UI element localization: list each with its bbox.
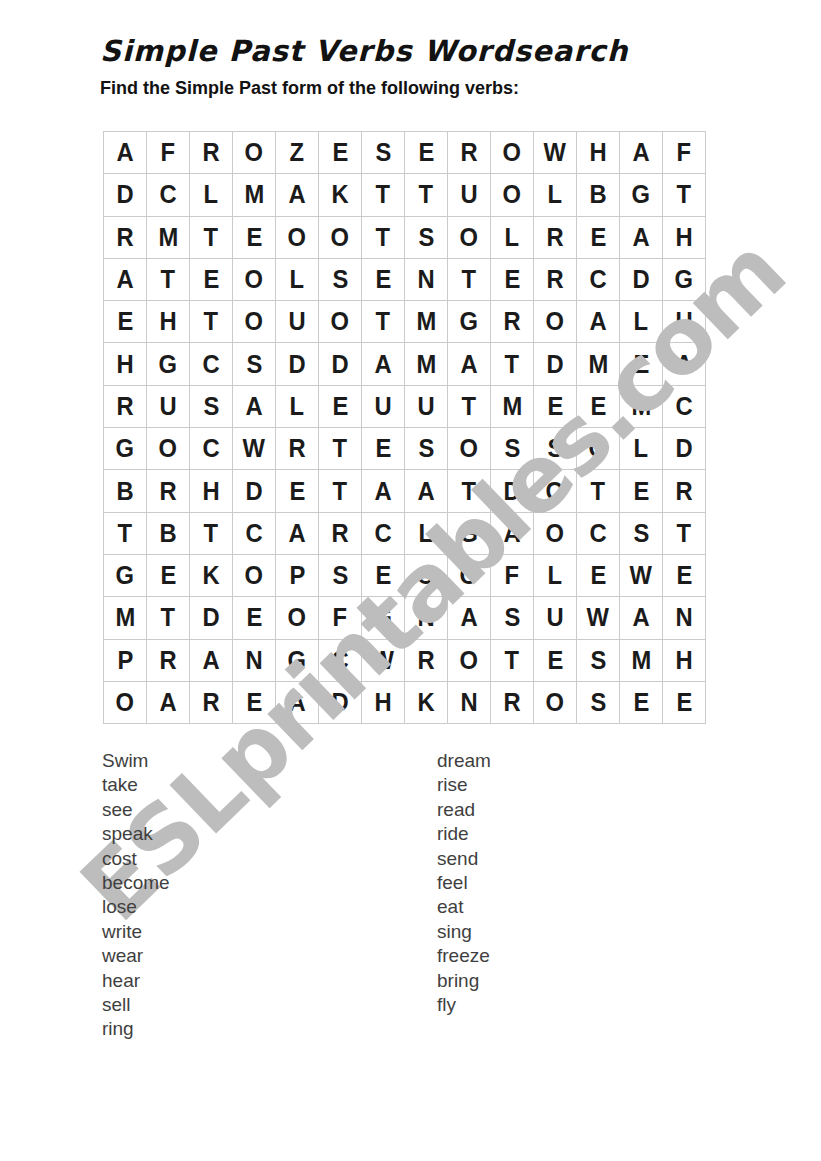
- grid-cell-r7c4: A: [233, 386, 276, 428]
- grid-letter: E: [676, 688, 692, 717]
- grid-letter: O: [331, 223, 349, 252]
- grid-letter: A: [675, 350, 692, 379]
- grid-letter: E: [375, 265, 391, 294]
- grid-cell-r14c13: E: [620, 682, 663, 724]
- word-bank-item: become: [102, 871, 170, 895]
- grid-cell-r9c11: O: [534, 470, 577, 512]
- grid-letter: A: [460, 350, 477, 379]
- grid-letter: W: [630, 561, 652, 590]
- grid-cell-r6c10: T: [491, 343, 534, 385]
- grid-letter: L: [634, 434, 649, 463]
- grid-cell-r7c11: E: [534, 386, 577, 428]
- grid-letter: O: [245, 265, 263, 294]
- grid-letter: L: [548, 180, 563, 209]
- grid-cell-r6c9: A: [448, 343, 491, 385]
- grid-letter: E: [332, 138, 348, 167]
- grid-letter: F: [505, 561, 520, 590]
- grid-cell-r2c12: B: [577, 174, 620, 216]
- grid-letter: A: [460, 603, 477, 632]
- grid-cell-r4c7: E: [362, 259, 405, 301]
- grid-letter: R: [546, 265, 563, 294]
- grid-letter: L: [290, 392, 305, 421]
- grid-cell-r14c6: D: [319, 682, 362, 724]
- grid-letter: R: [503, 688, 520, 717]
- grid-letter: B: [589, 180, 606, 209]
- grid-cell-r8c7: E: [362, 428, 405, 470]
- grid-cell-r6c13: E: [620, 343, 663, 385]
- grid-cell-r11c7: E: [362, 555, 405, 597]
- grid-letter: E: [547, 646, 563, 675]
- grid-letter: R: [288, 434, 305, 463]
- grid-letter: T: [505, 350, 520, 379]
- grid-letter: E: [375, 561, 391, 590]
- grid-letter: K: [417, 688, 434, 717]
- grid-letter: O: [245, 561, 263, 590]
- grid-cell-r9c1: B: [104, 470, 147, 512]
- grid-cell-r10c14: T: [663, 513, 706, 555]
- grid-letter: G: [374, 603, 392, 632]
- grid-cell-r13c6: C: [319, 640, 362, 682]
- grid-letter: N: [417, 265, 434, 294]
- grid-cell-r5c13: L: [620, 301, 663, 343]
- grid-letter: S: [590, 688, 606, 717]
- grid-letter: E: [289, 477, 305, 506]
- grid-letter: E: [117, 307, 133, 336]
- grid-cell-r6c14: A: [663, 343, 706, 385]
- grid-cell-r6c5: D: [276, 343, 319, 385]
- grid-letter: N: [417, 603, 434, 632]
- grid-cell-r11c3: K: [190, 555, 233, 597]
- grid-letter: A: [116, 265, 133, 294]
- grid-letter: T: [333, 477, 348, 506]
- word-bank-left-column: Swimtakeseespeakcostbecomelosewritewearh…: [102, 749, 170, 1042]
- grid-letter: O: [159, 434, 177, 463]
- grid-letter: G: [675, 265, 693, 294]
- grid-letter: M: [416, 307, 436, 336]
- worksheet-page: Simple Past Verbs Wordsearch Find the Si…: [0, 0, 821, 1161]
- grid-cell-r10c7: C: [362, 513, 405, 555]
- grid-letter: N: [675, 603, 692, 632]
- grid-cell-r3c3: T: [190, 217, 233, 259]
- grid-cell-r11c2: E: [147, 555, 190, 597]
- grid-letter: L: [505, 223, 520, 252]
- grid-letter: A: [159, 688, 176, 717]
- grid-cell-r4c6: S: [319, 259, 362, 301]
- grid-cell-r13c14: H: [663, 640, 706, 682]
- grid-letter: H: [675, 223, 692, 252]
- grid-letter: G: [288, 646, 306, 675]
- grid-cell-r3c8: S: [405, 217, 448, 259]
- grid-letter: U: [374, 392, 391, 421]
- grid-letter: E: [633, 477, 649, 506]
- grid-letter: S: [332, 561, 348, 590]
- grid-cell-r5c3: T: [190, 301, 233, 343]
- grid-cell-r2c1: D: [104, 174, 147, 216]
- grid-cell-r11c6: S: [319, 555, 362, 597]
- grid-cell-r1c2: F: [147, 132, 190, 174]
- grid-letter: E: [590, 561, 606, 590]
- grid-letter: P: [117, 646, 133, 675]
- grid-cell-r2c4: M: [233, 174, 276, 216]
- grid-letter: O: [417, 561, 435, 590]
- grid-cell-r12c7: G: [362, 597, 405, 639]
- grid-cell-r8c12: O: [577, 428, 620, 470]
- grid-letter: C: [202, 350, 219, 379]
- grid-cell-r8c10: S: [491, 428, 534, 470]
- grid-cell-r12c3: D: [190, 597, 233, 639]
- grid-cell-r8c5: R: [276, 428, 319, 470]
- grid-letter: G: [632, 180, 650, 209]
- grid-letter: C: [245, 519, 262, 548]
- word-bank-item: sell: [102, 993, 170, 1017]
- grid-letter: T: [161, 603, 176, 632]
- grid-cell-r10c11: O: [534, 513, 577, 555]
- grid-cell-r2c11: L: [534, 174, 577, 216]
- grid-cell-r7c9: T: [448, 386, 491, 428]
- word-bank-item: fly: [437, 993, 491, 1017]
- grid-cell-r8c13: L: [620, 428, 663, 470]
- grid-cell-r1c14: F: [663, 132, 706, 174]
- grid-letter: C: [374, 519, 391, 548]
- grid-cell-r7c5: L: [276, 386, 319, 428]
- grid-letter: G: [159, 350, 177, 379]
- grid-cell-r13c1: P: [104, 640, 147, 682]
- grid-cell-r12c8: N: [405, 597, 448, 639]
- instructions-text: Find the Simple Past form of the followi…: [100, 78, 519, 99]
- grid-letter: R: [546, 223, 563, 252]
- word-bank-item: see: [102, 798, 170, 822]
- grid-cell-r12c13: A: [620, 597, 663, 639]
- grid-cell-r13c3: A: [190, 640, 233, 682]
- grid-letter: W: [544, 138, 566, 167]
- grid-letter: T: [333, 434, 348, 463]
- grid-letter: G: [116, 434, 134, 463]
- grid-cell-r1c4: O: [233, 132, 276, 174]
- grid-cell-r9c14: R: [663, 470, 706, 512]
- grid-cell-r11c8: O: [405, 555, 448, 597]
- grid-letter: E: [633, 350, 649, 379]
- grid-letter: E: [547, 392, 563, 421]
- grid-cell-r10c5: A: [276, 513, 319, 555]
- grid-cell-r3c9: O: [448, 217, 491, 259]
- grid-cell-r2c2: C: [147, 174, 190, 216]
- grid-letter: M: [416, 350, 436, 379]
- grid-cell-r4c5: L: [276, 259, 319, 301]
- grid-letter: K: [202, 561, 219, 590]
- grid-letter: O: [288, 223, 306, 252]
- grid-letter: A: [632, 138, 649, 167]
- grid-cell-r2c8: T: [405, 174, 448, 216]
- grid-cell-r13c4: N: [233, 640, 276, 682]
- grid-letter: D: [546, 350, 563, 379]
- grid-letter: E: [418, 138, 434, 167]
- grid-letter: G: [460, 519, 478, 548]
- grid-letter: S: [504, 603, 520, 632]
- grid-cell-r11c10: F: [491, 555, 534, 597]
- grid-cell-r9c2: R: [147, 470, 190, 512]
- grid-cell-r12c9: A: [448, 597, 491, 639]
- grid-letter: O: [589, 434, 607, 463]
- grid-letter: N: [460, 688, 477, 717]
- grid-letter: O: [460, 646, 478, 675]
- grid-cell-r7c8: U: [405, 386, 448, 428]
- grid-letter: W: [372, 646, 394, 675]
- grid-letter: U: [675, 307, 692, 336]
- grid-cell-r4c3: E: [190, 259, 233, 301]
- grid-cell-r14c1: O: [104, 682, 147, 724]
- grid-letter: E: [590, 223, 606, 252]
- grid-letter: E: [246, 603, 262, 632]
- grid-letter: W: [587, 603, 609, 632]
- grid-letter: O: [245, 138, 263, 167]
- grid-cell-r3c12: E: [577, 217, 620, 259]
- grid-letter: E: [504, 265, 520, 294]
- grid-letter: U: [546, 603, 563, 632]
- grid-cell-r3c6: O: [319, 217, 362, 259]
- word-bank-item: feel: [437, 871, 491, 895]
- grid-cell-r7c7: U: [362, 386, 405, 428]
- grid-cell-r3c4: E: [233, 217, 276, 259]
- grid-cell-r6c6: D: [319, 343, 362, 385]
- grid-letter: E: [332, 392, 348, 421]
- grid-letter: H: [116, 350, 133, 379]
- grid-letter: T: [591, 477, 606, 506]
- grid-cell-r4c12: C: [577, 259, 620, 301]
- grid-cell-r5c6: O: [319, 301, 362, 343]
- grid-letter: S: [633, 519, 649, 548]
- grid-letter: R: [460, 138, 477, 167]
- grid-cell-r6c7: A: [362, 343, 405, 385]
- grid-cell-r8c11: S: [534, 428, 577, 470]
- grid-cell-r1c11: W: [534, 132, 577, 174]
- grid-cell-r2c14: T: [663, 174, 706, 216]
- grid-cell-r1c5: Z: [276, 132, 319, 174]
- grid-cell-r10c8: L: [405, 513, 448, 555]
- grid-cell-r12c1: M: [104, 597, 147, 639]
- grid-cell-r11c1: G: [104, 555, 147, 597]
- grid-cell-r8c4: W: [233, 428, 276, 470]
- grid-cell-r9c4: D: [233, 470, 276, 512]
- grid-cell-r4c10: E: [491, 259, 534, 301]
- grid-cell-r13c12: S: [577, 640, 620, 682]
- grid-letter: O: [503, 138, 521, 167]
- grid-letter: R: [159, 477, 176, 506]
- grid-cell-r9c5: E: [276, 470, 319, 512]
- grid-letter: A: [288, 688, 305, 717]
- grid-cell-r2c3: L: [190, 174, 233, 216]
- grid-letter: R: [202, 138, 219, 167]
- grid-letter: Z: [290, 138, 305, 167]
- grid-cell-r14c14: E: [663, 682, 706, 724]
- grid-cell-r3c5: O: [276, 217, 319, 259]
- grid-cell-r4c13: D: [620, 259, 663, 301]
- grid-cell-r9c12: T: [577, 470, 620, 512]
- grid-letter: C: [589, 265, 606, 294]
- grid-cell-r1c9: R: [448, 132, 491, 174]
- grid-cell-r1c3: R: [190, 132, 233, 174]
- grid-cell-r5c9: G: [448, 301, 491, 343]
- grid-cell-r11c12: E: [577, 555, 620, 597]
- grid-letter: D: [245, 477, 262, 506]
- grid-letter: A: [503, 519, 520, 548]
- grid-cell-r14c4: E: [233, 682, 276, 724]
- grid-cell-r1c12: H: [577, 132, 620, 174]
- grid-letter: O: [331, 307, 349, 336]
- grid-cell-r8c9: O: [448, 428, 491, 470]
- grid-cell-r12c2: T: [147, 597, 190, 639]
- grid-letter: O: [460, 561, 478, 590]
- word-bank-item: dream: [437, 749, 491, 773]
- grid-cell-r14c5: A: [276, 682, 319, 724]
- word-bank-item: hear: [102, 969, 170, 993]
- grid-letter: T: [462, 477, 477, 506]
- grid-cell-r9c6: T: [319, 470, 362, 512]
- grid-cell-r4c9: T: [448, 259, 491, 301]
- grid-letter: F: [677, 138, 692, 167]
- grid-cell-r13c13: M: [620, 640, 663, 682]
- grid-letter: O: [288, 603, 306, 632]
- grid-cell-r5c10: R: [491, 301, 534, 343]
- grid-letter: D: [116, 180, 133, 209]
- grid-letter: S: [246, 350, 262, 379]
- grid-letter: D: [202, 603, 219, 632]
- page-title: Simple Past Verbs Wordsearch: [100, 34, 628, 68]
- grid-letter: O: [116, 688, 134, 717]
- word-bank-item: rise: [437, 773, 491, 797]
- grid-letter: A: [632, 603, 649, 632]
- grid-cell-r10c1: T: [104, 513, 147, 555]
- grid-cell-r14c8: K: [405, 682, 448, 724]
- grid-cell-r2c9: U: [448, 174, 491, 216]
- grid-letter: L: [290, 265, 305, 294]
- word-bank-item: freeze: [437, 944, 491, 968]
- grid-cell-r7c1: R: [104, 386, 147, 428]
- grid-letter: D: [675, 434, 692, 463]
- word-bank-item: sing: [437, 920, 491, 944]
- grid-cell-r14c7: H: [362, 682, 405, 724]
- grid-letter: E: [676, 561, 692, 590]
- grid-cell-r5c11: O: [534, 301, 577, 343]
- grid-cell-r2c6: K: [319, 174, 362, 216]
- grid-letter: S: [504, 434, 520, 463]
- grid-letter: U: [460, 180, 477, 209]
- grid-cell-r9c8: A: [405, 470, 448, 512]
- grid-cell-r11c9: O: [448, 555, 491, 597]
- grid-letter: B: [159, 519, 176, 548]
- grid-letter: R: [116, 392, 133, 421]
- grid-cell-r14c10: R: [491, 682, 534, 724]
- grid-cell-r9c9: T: [448, 470, 491, 512]
- grid-letter: E: [633, 688, 649, 717]
- grid-letter: L: [204, 180, 219, 209]
- grid-letter: A: [116, 138, 133, 167]
- grid-cell-r4c1: A: [104, 259, 147, 301]
- grid-letter: T: [204, 519, 219, 548]
- grid-cell-r12c14: N: [663, 597, 706, 639]
- grid-letter: R: [202, 688, 219, 717]
- grid-cell-r2c7: T: [362, 174, 405, 216]
- grid-cell-r11c5: P: [276, 555, 319, 597]
- grid-letter: T: [677, 519, 692, 548]
- grid-letter: C: [675, 392, 692, 421]
- grid-letter: T: [376, 223, 391, 252]
- grid-letter: B: [116, 477, 133, 506]
- grid-letter: A: [288, 180, 305, 209]
- grid-cell-r6c3: C: [190, 343, 233, 385]
- grid-cell-r13c5: G: [276, 640, 319, 682]
- word-bank-item: bring: [437, 969, 491, 993]
- grid-letter: M: [588, 350, 608, 379]
- grid-cell-r9c7: A: [362, 470, 405, 512]
- wordsearch-grid: AFROZESEROWHAFDCLMAKTTUOLBGTRMTEOOTSOLRE…: [103, 131, 706, 724]
- grid-letter: M: [158, 223, 178, 252]
- word-bank-item: take: [102, 773, 170, 797]
- grid-letter: E: [375, 434, 391, 463]
- grid-cell-r2c13: G: [620, 174, 663, 216]
- grid-letter: G: [116, 561, 134, 590]
- grid-letter: S: [590, 646, 606, 675]
- grid-cell-r1c6: E: [319, 132, 362, 174]
- grid-letter: O: [546, 688, 564, 717]
- grid-letter: A: [589, 307, 606, 336]
- grid-letter: C: [159, 180, 176, 209]
- grid-cell-r14c12: S: [577, 682, 620, 724]
- grid-cell-r5c1: E: [104, 301, 147, 343]
- grid-letter: M: [631, 646, 651, 675]
- grid-letter: C: [202, 434, 219, 463]
- grid-letter: S: [332, 265, 348, 294]
- grid-letter: U: [159, 392, 176, 421]
- grid-letter: O: [546, 477, 564, 506]
- word-bank-item: wear: [102, 944, 170, 968]
- grid-cell-r14c9: N: [448, 682, 491, 724]
- grid-cell-r12c12: W: [577, 597, 620, 639]
- grid-cell-r13c8: R: [405, 640, 448, 682]
- grid-letter: R: [675, 477, 692, 506]
- grid-letter: A: [374, 350, 391, 379]
- grid-cell-r11c4: O: [233, 555, 276, 597]
- grid-letter: A: [245, 392, 262, 421]
- grid-cell-r11c14: E: [663, 555, 706, 597]
- grid-cell-r13c11: E: [534, 640, 577, 682]
- grid-cell-r11c13: W: [620, 555, 663, 597]
- grid-cell-r13c10: T: [491, 640, 534, 682]
- grid-cell-r8c2: O: [147, 428, 190, 470]
- grid-cell-r6c4: S: [233, 343, 276, 385]
- grid-letter: F: [161, 138, 176, 167]
- word-bank-item: ride: [437, 822, 491, 846]
- grid-cell-r5c8: M: [405, 301, 448, 343]
- grid-cell-r1c13: A: [620, 132, 663, 174]
- grid-letter: T: [376, 180, 391, 209]
- grid-cell-r7c6: E: [319, 386, 362, 428]
- grid-cell-r12c10: S: [491, 597, 534, 639]
- grid-letter: U: [288, 307, 305, 336]
- grid-letter: H: [202, 477, 219, 506]
- word-bank-item: speak: [102, 822, 170, 846]
- grid-cell-r10c10: A: [491, 513, 534, 555]
- grid-letter: C: [331, 646, 348, 675]
- word-bank-item: send: [437, 847, 491, 871]
- grid-letter: L: [419, 519, 434, 548]
- grid-letter: H: [374, 688, 391, 717]
- grid-letter: T: [677, 180, 692, 209]
- grid-letter: R: [503, 307, 520, 336]
- word-bank-item: read: [437, 798, 491, 822]
- grid-letter: O: [503, 180, 521, 209]
- grid-letter: H: [159, 307, 176, 336]
- grid-cell-r5c14: U: [663, 301, 706, 343]
